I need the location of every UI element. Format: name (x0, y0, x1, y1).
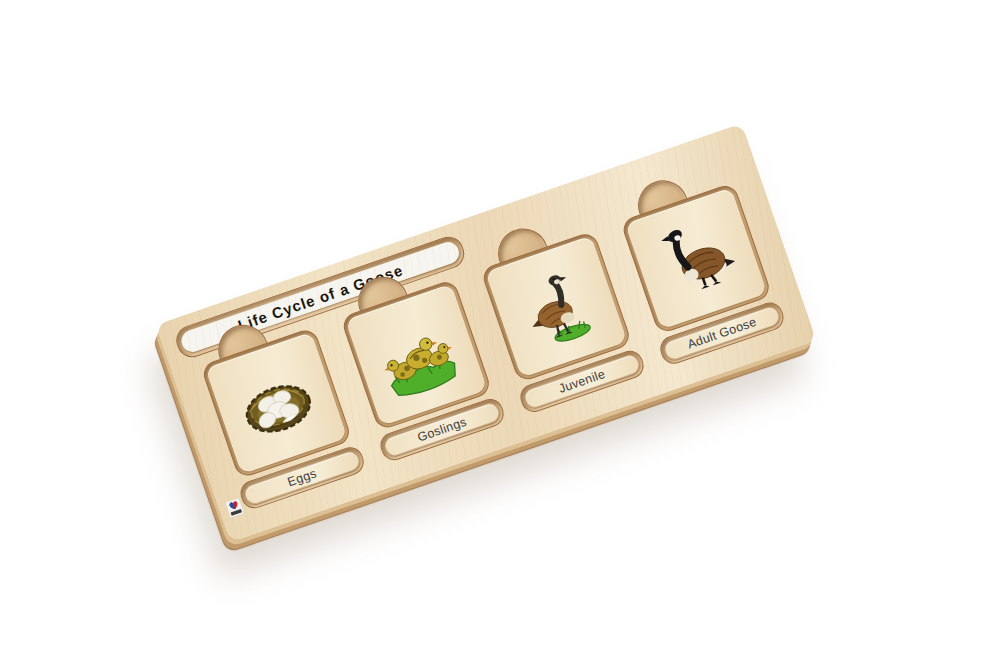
puzzle-board: Life Cycle of a Goose (155, 123, 816, 542)
eggs-illustration (220, 347, 332, 459)
photo-background: Life Cycle of a Goose (0, 0, 1000, 667)
juvenile-goose-illustration (500, 251, 612, 363)
goslings-illustration (360, 299, 472, 411)
adult-goose-illustration (640, 203, 752, 315)
